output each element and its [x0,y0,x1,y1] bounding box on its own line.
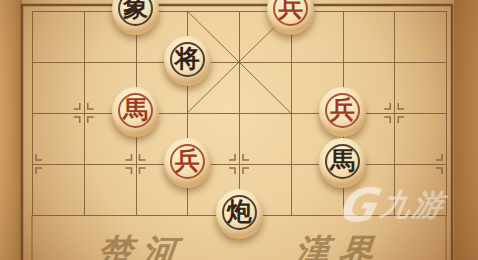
piece-character: 馬 [330,148,355,173]
board-cell[interactable] [395,165,447,216]
piece-character: 兵 [175,148,200,173]
piece-red-horse[interactable]: 馬 [112,87,159,134]
piece-character: 炮 [227,199,252,224]
piece-black-general[interactable]: 将 [164,36,211,83]
board-cell[interactable] [395,114,447,165]
piece-black-cannon[interactable]: 炮 [216,189,263,236]
board-cell[interactable] [240,63,292,114]
board-right-margin [454,0,478,260]
board-cell[interactable] [395,12,447,63]
board-cell[interactable] [240,114,292,165]
river-label-right: 漢界 [292,229,385,260]
piece-character: 兵 [330,97,355,122]
piece-character: 馬 [123,97,148,122]
piece-red-soldier[interactable]: 兵 [164,138,211,185]
board-cell[interactable] [344,12,396,63]
board-cell[interactable] [395,63,447,114]
board-cell[interactable] [33,165,85,216]
piece-red-soldier[interactable]: 兵 [319,87,366,134]
board-cell[interactable] [33,12,85,63]
board-cell[interactable] [33,63,85,114]
board-cell[interactable] [85,165,137,216]
board-cell[interactable] [33,114,85,165]
piece-character: 将 [175,46,200,71]
piece-character: 象 [123,0,148,20]
piece-black-horse[interactable]: 馬 [319,138,366,185]
river-label-left: 楚河 [95,229,188,260]
xiangqi-board: 楚河 漢界 象兵将馬兵兵馬炮 G 九游 [0,0,478,260]
board-grid [32,11,447,216]
board-left-margin [0,0,22,260]
piece-character: 兵 [278,0,303,20]
